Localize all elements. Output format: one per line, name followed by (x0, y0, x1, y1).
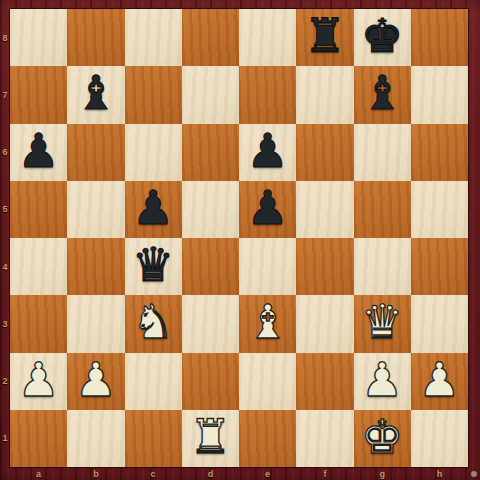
square-c7[interactable] (125, 66, 182, 123)
black-pawn-a6[interactable]: ♟ (18, 127, 60, 174)
white-pawn-g2[interactable]: ♟ (361, 356, 403, 403)
square-g8[interactable]: ♚ (354, 9, 411, 66)
square-g1[interactable]: ♚ (354, 410, 411, 467)
square-b5[interactable] (67, 181, 124, 238)
square-a4[interactable] (10, 238, 67, 295)
square-f1[interactable] (296, 410, 353, 467)
file-label-h: h (437, 469, 443, 479)
square-h8[interactable] (411, 9, 468, 66)
square-b2[interactable]: ♟ (67, 353, 124, 410)
rank-label-1: 1 (2, 433, 7, 443)
rank-label-8: 8 (2, 33, 7, 43)
chess-board: ♜♚♝♝♟♟♟♟♛♞♝♛♟♟♟♟♜♚ (10, 9, 468, 467)
square-b4[interactable] (67, 238, 124, 295)
square-e3[interactable]: ♝ (239, 295, 296, 352)
square-a2[interactable]: ♟ (10, 353, 67, 410)
square-f4[interactable] (296, 238, 353, 295)
file-label-b: b (93, 469, 99, 479)
black-rook-f8[interactable]: ♜ (304, 12, 346, 59)
square-d5[interactable] (182, 181, 239, 238)
black-bishop-b7[interactable]: ♝ (75, 69, 117, 116)
file-label-a: a (36, 469, 41, 479)
white-pawn-h2[interactable]: ♟ (418, 356, 460, 403)
square-b1[interactable] (67, 410, 124, 467)
file-label-d: d (208, 469, 214, 479)
square-f8[interactable]: ♜ (296, 9, 353, 66)
square-h2[interactable]: ♟ (411, 353, 468, 410)
file-label-c: c (151, 469, 156, 479)
file-label-f: f (323, 469, 326, 479)
square-f2[interactable] (296, 353, 353, 410)
rank-label-5: 5 (2, 204, 7, 214)
square-c1[interactable] (125, 410, 182, 467)
square-g7[interactable]: ♝ (354, 66, 411, 123)
white-queen-g3[interactable]: ♛ (361, 298, 403, 345)
square-e4[interactable] (239, 238, 296, 295)
white-pawn-a2[interactable]: ♟ (18, 356, 60, 403)
square-a3[interactable] (10, 295, 67, 352)
square-f6[interactable] (296, 124, 353, 181)
square-g3[interactable]: ♛ (354, 295, 411, 352)
square-c3[interactable]: ♞ (125, 295, 182, 352)
white-rook-d1[interactable]: ♜ (189, 413, 231, 460)
square-h1[interactable] (411, 410, 468, 467)
black-queen-c4[interactable]: ♛ (132, 241, 174, 288)
corner-marker-dot (471, 471, 477, 477)
square-d1[interactable]: ♜ (182, 410, 239, 467)
square-g2[interactable]: ♟ (354, 353, 411, 410)
white-knight-c3[interactable]: ♞ (132, 298, 174, 345)
square-h7[interactable] (411, 66, 468, 123)
square-b7[interactable]: ♝ (67, 66, 124, 123)
square-c5[interactable]: ♟ (125, 181, 182, 238)
square-h6[interactable] (411, 124, 468, 181)
rank-label-4: 4 (2, 262, 7, 272)
square-f5[interactable] (296, 181, 353, 238)
file-label-e: e (265, 469, 270, 479)
file-labels: abcdefgh (10, 467, 468, 480)
square-e7[interactable] (239, 66, 296, 123)
white-king-g1[interactable]: ♚ (361, 413, 403, 460)
square-b8[interactable] (67, 9, 124, 66)
square-h5[interactable] (411, 181, 468, 238)
rank-label-2: 2 (2, 376, 7, 386)
square-f7[interactable] (296, 66, 353, 123)
square-g4[interactable] (354, 238, 411, 295)
square-g6[interactable] (354, 124, 411, 181)
rank-labels: 87654321 (0, 9, 10, 467)
square-c6[interactable] (125, 124, 182, 181)
square-b3[interactable] (67, 295, 124, 352)
rank-label-7: 7 (2, 90, 7, 100)
square-a5[interactable] (10, 181, 67, 238)
square-b6[interactable] (67, 124, 124, 181)
file-label-g: g (379, 469, 385, 479)
square-e2[interactable] (239, 353, 296, 410)
white-bishop-e3[interactable]: ♝ (247, 298, 289, 345)
square-a6[interactable]: ♟ (10, 124, 67, 181)
chess-app: ♜♚♝♝♟♟♟♟♛♞♝♛♟♟♟♟♜♚ 87654321 abcdefgh (0, 0, 480, 480)
square-c8[interactable] (125, 9, 182, 66)
black-king-g8[interactable]: ♚ (361, 12, 403, 59)
black-pawn-e6[interactable]: ♟ (247, 127, 289, 174)
square-d3[interactable] (182, 295, 239, 352)
square-d4[interactable] (182, 238, 239, 295)
square-c2[interactable] (125, 353, 182, 410)
square-e5[interactable]: ♟ (239, 181, 296, 238)
square-d8[interactable] (182, 9, 239, 66)
square-h4[interactable] (411, 238, 468, 295)
square-h3[interactable] (411, 295, 468, 352)
square-a8[interactable] (10, 9, 67, 66)
rank-label-3: 3 (2, 319, 7, 329)
square-d2[interactable] (182, 353, 239, 410)
black-pawn-c5[interactable]: ♟ (132, 184, 174, 231)
square-g5[interactable] (354, 181, 411, 238)
white-pawn-b2[interactable]: ♟ (75, 356, 117, 403)
square-e1[interactable] (239, 410, 296, 467)
square-d6[interactable] (182, 124, 239, 181)
square-e8[interactable] (239, 9, 296, 66)
square-c4[interactable]: ♛ (125, 238, 182, 295)
rank-label-6: 6 (2, 147, 7, 157)
square-e6[interactable]: ♟ (239, 124, 296, 181)
square-d7[interactable] (182, 66, 239, 123)
square-a7[interactable] (10, 66, 67, 123)
black-bishop-g7[interactable]: ♝ (361, 69, 403, 116)
square-f3[interactable] (296, 295, 353, 352)
black-pawn-e5[interactable]: ♟ (247, 184, 289, 231)
square-a1[interactable] (10, 410, 67, 467)
